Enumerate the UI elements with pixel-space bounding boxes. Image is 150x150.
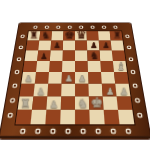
square-d8: ♚	[63, 31, 75, 40]
square-g2	[103, 96, 118, 109]
white-bishop-h5: ♝	[116, 61, 126, 72]
square-e7	[75, 41, 87, 51]
square-c3	[47, 84, 61, 97]
square-f6: ♞	[87, 50, 100, 60]
square-a7	[26, 41, 39, 51]
white-pawn-e4: ♟	[78, 75, 86, 84]
frame-ornament-dot	[112, 25, 118, 29]
square-f5	[88, 61, 101, 72]
square-f2: ♚	[89, 96, 104, 109]
white-rook-a2: ♜	[19, 98, 30, 110]
square-g4	[101, 72, 115, 84]
frame-ornament-dot	[16, 57, 23, 62]
frame-ornament-dot	[132, 83, 139, 89]
square-d1	[60, 110, 75, 124]
black-pawn-g7: ♟	[102, 42, 110, 50]
square-g3: ♟	[102, 84, 117, 97]
square-d5	[62, 61, 75, 72]
frame-ornament-dot	[19, 34, 25, 38]
square-d2	[61, 96, 75, 109]
chess-board: ♜♞♚♛♜♟♟♟♟♞♝♟♟♟♟♟♟♜♟♞♚	[0, 23, 150, 138]
white-pawn-d4: ♟	[64, 75, 72, 84]
square-h7	[111, 41, 124, 51]
square-h5: ♝	[113, 61, 127, 72]
square-a2: ♜	[18, 96, 34, 109]
black-king-d8: ♚	[64, 29, 75, 41]
square-d6	[62, 50, 75, 60]
black-pawn-c7: ♟	[53, 42, 61, 50]
square-b8: ♞	[39, 31, 52, 40]
square-g8	[98, 31, 111, 40]
square-c2: ♟	[46, 96, 61, 109]
square-g1	[104, 110, 120, 124]
square-g6	[99, 50, 112, 60]
square-f4	[88, 72, 102, 84]
square-a1	[16, 110, 32, 124]
square-b4	[35, 72, 49, 84]
frame-ornament-dot	[55, 25, 60, 29]
frame-ornament-dot	[126, 45, 132, 50]
black-rook-h8: ♜	[112, 31, 121, 41]
square-e5	[75, 61, 88, 72]
white-king-f2: ♚	[90, 96, 103, 110]
chess-set-photo: ♜♞♚♛♜♟♟♟♟♞♝♟♟♟♟♟♟♜♟♞♚	[0, 0, 150, 150]
frame-ornament-dot	[64, 128, 71, 135]
square-e3	[75, 84, 89, 97]
frame-ornament-dot	[130, 69, 137, 74]
square-a5	[23, 61, 37, 72]
square-c4	[48, 72, 62, 84]
square-e1	[75, 110, 90, 124]
black-queen-e8: ♛	[76, 29, 87, 41]
square-h1	[118, 110, 134, 124]
frame-ornament-dot	[94, 128, 101, 135]
frame-ornament-dot	[128, 57, 135, 62]
square-b3: ♟	[33, 84, 48, 97]
square-h3: ♟	[115, 84, 130, 97]
frame-ornament-dot	[6, 113, 14, 120]
square-h2	[117, 96, 133, 109]
square-d3	[61, 84, 75, 97]
square-d4: ♟	[62, 72, 75, 84]
square-e4: ♟	[75, 72, 88, 84]
white-pawn-b3: ♟	[36, 87, 45, 97]
square-e8: ♛	[75, 31, 87, 40]
square-c1	[45, 110, 60, 124]
white-pawn-g3: ♟	[105, 87, 114, 97]
frame-ornament-dot	[109, 128, 117, 135]
frame-ornament-dot	[89, 25, 94, 29]
square-a8: ♜	[27, 31, 40, 40]
board-squares: ♜♞♚♛♜♟♟♟♟♞♝♟♟♟♟♟♟♜♟♞♚	[16, 31, 135, 124]
square-g5	[100, 61, 114, 72]
frame-ornament-dot	[18, 45, 24, 50]
square-c7: ♟	[51, 41, 64, 51]
square-a3	[20, 84, 35, 97]
square-b5	[36, 61, 50, 72]
square-h4	[114, 72, 129, 84]
square-g7: ♟	[99, 41, 112, 51]
frame-ornament-dot	[124, 34, 130, 38]
black-pawn-b6: ♟	[40, 52, 48, 61]
white-pawn-c2: ♟	[49, 100, 58, 110]
frame-ornament-dot	[101, 25, 107, 29]
square-a6	[25, 50, 39, 60]
square-d7	[63, 41, 75, 51]
square-f1	[89, 110, 104, 124]
board-scene: ♜♞♚♛♜♟♟♟♟♞♝♟♟♟♟♟♟♜♟♞♚	[0, 0, 150, 150]
frame-ornament-dot	[14, 69, 21, 74]
frame-ornament-dot	[136, 113, 144, 120]
square-b2	[32, 96, 47, 109]
square-c8	[51, 31, 63, 40]
white-pawn-a4: ♟	[24, 75, 32, 84]
square-b7	[38, 41, 51, 51]
frame-ornament-dot	[79, 128, 86, 135]
black-knight-b8: ♞	[41, 31, 50, 41]
board-front-edge	[0, 136, 150, 139]
frame-ornament-dot	[18, 128, 26, 135]
square-b1	[30, 110, 46, 124]
square-h8: ♜	[110, 31, 123, 40]
square-c5	[49, 61, 62, 72]
black-rook-a8: ♜	[29, 31, 38, 41]
white-pawn-h3: ♟	[119, 87, 128, 97]
frame-ornament-dot	[124, 128, 132, 135]
square-c6	[50, 50, 63, 60]
frame-ornament-dot	[134, 97, 141, 103]
frame-ornament-dot	[9, 97, 16, 103]
frame-ornament-dot	[32, 25, 38, 29]
frame-ornament-dot	[49, 128, 56, 135]
square-a4: ♟	[21, 72, 36, 84]
frame-ornament-dot	[33, 128, 41, 135]
square-b6: ♟	[37, 50, 50, 60]
frame-ornament-dot	[44, 25, 50, 29]
square-e6	[75, 50, 88, 60]
square-e2: ♞	[75, 96, 89, 109]
square-f8	[87, 31, 99, 40]
frame-ornament-dot	[11, 83, 18, 89]
black-knight-f6: ♞	[89, 50, 99, 61]
white-knight-e2: ♞	[77, 98, 88, 110]
